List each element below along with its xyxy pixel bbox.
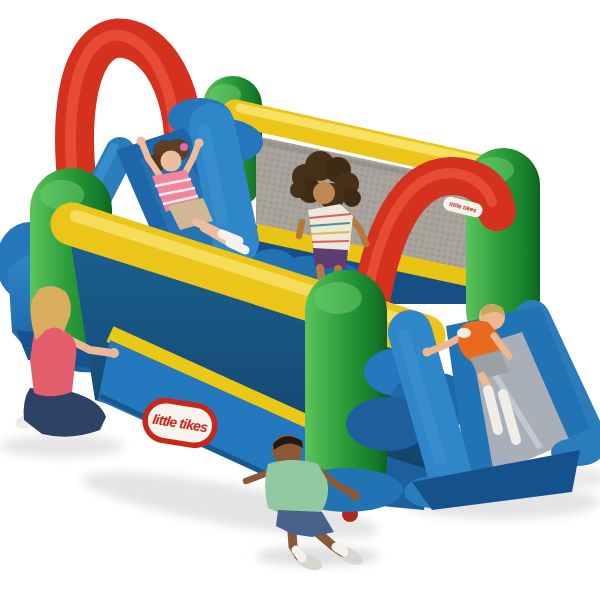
boy-running-shirt bbox=[265, 460, 328, 514]
girl-jumping-face bbox=[313, 182, 335, 204]
bounce-house-scene: little tikes bbox=[0, 0, 600, 600]
girl-jumping-shirt bbox=[308, 204, 353, 252]
product-photo: little tikes bbox=[0, 0, 600, 600]
woman-jeans bbox=[24, 388, 106, 437]
hair-bow bbox=[180, 143, 188, 151]
girl-left-face bbox=[161, 151, 182, 172]
